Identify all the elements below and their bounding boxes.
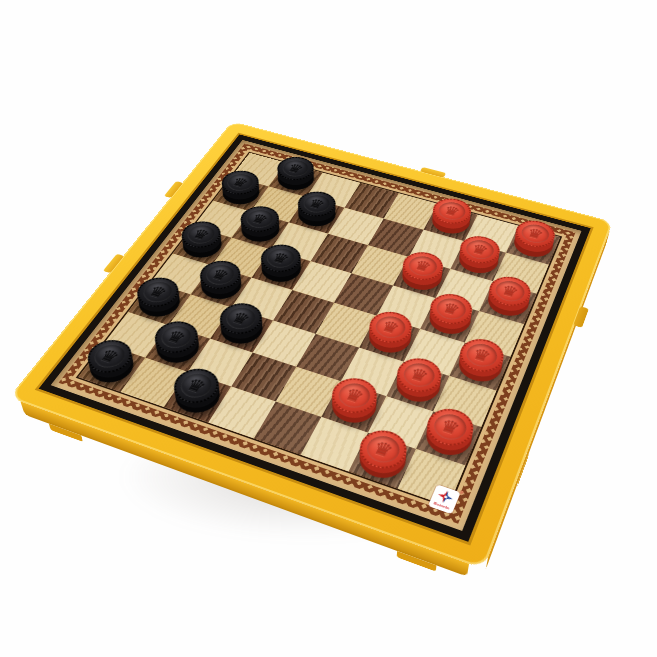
checker-piece-black[interactable]: ♛	[176, 229, 228, 263]
logo-text: Estrela	[433, 500, 450, 509]
checker-piece-red[interactable]: ♛	[454, 243, 503, 278]
frame-latch-tab	[103, 254, 124, 274]
checker-piece-red[interactable]: ♛	[353, 436, 413, 485]
frame-latch-tab	[164, 181, 183, 198]
frame-latch-tab	[420, 167, 446, 178]
product-photo-scene: ♛♛♛♛♛♛♛♛♛♛♛♛♛♛♛♛♛♛♛♛♛♛♛♛ Estrela ®	[0, 0, 657, 657]
checker-piece-red[interactable]: ♛	[483, 284, 534, 322]
frame-latch-tab	[573, 306, 589, 328]
checker-piece-black[interactable]: ♛	[82, 346, 141, 389]
checker-piece-red[interactable]: ♛	[363, 318, 417, 359]
